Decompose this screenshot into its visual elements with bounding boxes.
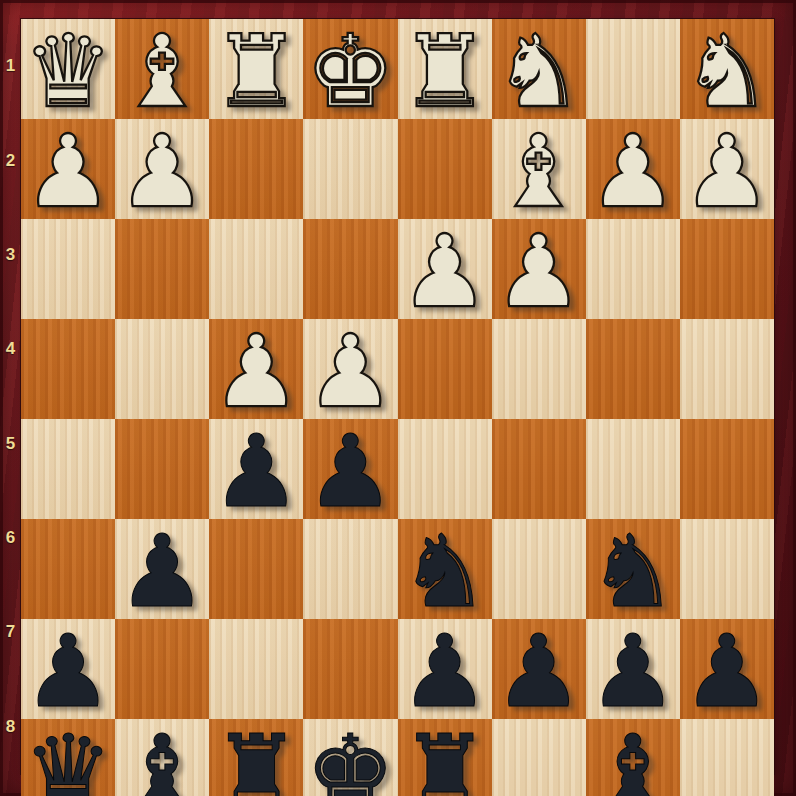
white-pawn[interactable]: ♟ xyxy=(211,322,301,422)
white-pawn[interactable]: ♟ xyxy=(682,122,772,222)
square-a2[interactable]: ♟ xyxy=(680,119,774,219)
black-knight[interactable]: ♞ xyxy=(400,522,490,622)
square-c4[interactable] xyxy=(492,319,586,419)
square-f2[interactable] xyxy=(209,119,303,219)
square-g5[interactable] xyxy=(115,419,209,519)
square-d7[interactable]: ♟ xyxy=(398,619,492,719)
square-f1[interactable]: ♜ xyxy=(209,19,303,119)
rank-labels: 12345678 xyxy=(0,19,21,774)
square-e7[interactable] xyxy=(303,619,397,719)
square-c7[interactable]: ♟ xyxy=(492,619,586,719)
black-pawn[interactable]: ♟ xyxy=(494,622,584,722)
square-c5[interactable] xyxy=(492,419,586,519)
square-f4[interactable]: ♟ xyxy=(209,319,303,419)
white-king[interactable]: ♚ xyxy=(306,22,396,122)
black-pawn[interactable]: ♟ xyxy=(117,522,207,622)
chessboard-frame: 12345678 HGFEDCBA ♛♝♜♚♜♞♞♟♟♝♟♟♟♟♟♟♟♟♟♞♞♟… xyxy=(0,0,796,796)
square-c6[interactable] xyxy=(492,519,586,619)
square-a1[interactable]: ♞ xyxy=(680,19,774,119)
square-g1[interactable]: ♝ xyxy=(115,19,209,119)
square-b3[interactable] xyxy=(586,219,680,319)
square-g8[interactable]: ♝ xyxy=(115,719,209,796)
white-queen[interactable]: ♛ xyxy=(23,22,113,122)
square-f6[interactable] xyxy=(209,519,303,619)
square-e5[interactable]: ♟ xyxy=(303,419,397,519)
black-bishop[interactable]: ♝ xyxy=(117,722,207,796)
black-pawn[interactable]: ♟ xyxy=(682,622,772,722)
square-h8[interactable]: ♛ xyxy=(21,719,115,796)
square-h5[interactable] xyxy=(21,419,115,519)
square-b7[interactable]: ♟ xyxy=(586,619,680,719)
square-b8[interactable]: ♝ xyxy=(586,719,680,796)
square-c8[interactable] xyxy=(492,719,586,796)
white-rook[interactable]: ♜ xyxy=(400,22,490,122)
square-a5[interactable] xyxy=(680,419,774,519)
square-h6[interactable] xyxy=(21,519,115,619)
square-d6[interactable]: ♞ xyxy=(398,519,492,619)
white-pawn[interactable]: ♟ xyxy=(588,122,678,222)
square-f8[interactable]: ♜ xyxy=(209,719,303,796)
black-pawn[interactable]: ♟ xyxy=(588,622,678,722)
square-f5[interactable]: ♟ xyxy=(209,419,303,519)
square-b6[interactable]: ♞ xyxy=(586,519,680,619)
black-king[interactable]: ♚ xyxy=(306,722,396,796)
square-d5[interactable] xyxy=(398,419,492,519)
black-bishop[interactable]: ♝ xyxy=(588,722,678,796)
square-e8[interactable]: ♚ xyxy=(303,719,397,796)
square-g4[interactable] xyxy=(115,319,209,419)
rank-label-4: 4 xyxy=(0,302,21,396)
square-d8[interactable]: ♜ xyxy=(398,719,492,796)
square-h2[interactable]: ♟ xyxy=(21,119,115,219)
square-d1[interactable]: ♜ xyxy=(398,19,492,119)
rank-label-5: 5 xyxy=(0,397,21,491)
white-bishop[interactable]: ♝ xyxy=(117,22,207,122)
square-h3[interactable] xyxy=(21,219,115,319)
black-knight[interactable]: ♞ xyxy=(588,522,678,622)
square-e1[interactable]: ♚ xyxy=(303,19,397,119)
white-pawn[interactable]: ♟ xyxy=(494,222,584,322)
rank-label-3: 3 xyxy=(0,208,21,302)
square-c1[interactable]: ♞ xyxy=(492,19,586,119)
square-g3[interactable] xyxy=(115,219,209,319)
rank-label-8: 8 xyxy=(0,680,21,774)
black-queen[interactable]: ♛ xyxy=(23,722,113,796)
square-b1[interactable] xyxy=(586,19,680,119)
square-a4[interactable] xyxy=(680,319,774,419)
square-d4[interactable] xyxy=(398,319,492,419)
white-pawn[interactable]: ♟ xyxy=(306,322,396,422)
chessboard: ♛♝♜♚♜♞♞♟♟♝♟♟♟♟♟♟♟♟♟♞♞♟♟♟♟♟♛♝♜♚♜♝ xyxy=(21,19,774,774)
square-h4[interactable] xyxy=(21,319,115,419)
black-rook[interactable]: ♜ xyxy=(211,722,301,796)
square-f7[interactable] xyxy=(209,619,303,719)
square-e2[interactable] xyxy=(303,119,397,219)
black-pawn[interactable]: ♟ xyxy=(400,622,490,722)
square-b2[interactable]: ♟ xyxy=(586,119,680,219)
square-e6[interactable] xyxy=(303,519,397,619)
white-pawn[interactable]: ♟ xyxy=(400,222,490,322)
rank-label-2: 2 xyxy=(0,113,21,207)
white-pawn[interactable]: ♟ xyxy=(117,122,207,222)
black-rook[interactable]: ♜ xyxy=(400,722,490,796)
square-a8[interactable] xyxy=(680,719,774,796)
square-e3[interactable] xyxy=(303,219,397,319)
square-a3[interactable] xyxy=(680,219,774,319)
square-b4[interactable] xyxy=(586,319,680,419)
black-pawn[interactable]: ♟ xyxy=(211,422,301,522)
square-a6[interactable] xyxy=(680,519,774,619)
white-rook[interactable]: ♜ xyxy=(211,22,301,122)
white-bishop[interactable]: ♝ xyxy=(494,122,584,222)
rank-label-7: 7 xyxy=(0,585,21,679)
black-pawn[interactable]: ♟ xyxy=(23,622,113,722)
white-knight[interactable]: ♞ xyxy=(682,22,772,122)
square-f3[interactable] xyxy=(209,219,303,319)
square-b5[interactable] xyxy=(586,419,680,519)
white-pawn[interactable]: ♟ xyxy=(23,122,113,222)
square-h7[interactable]: ♟ xyxy=(21,619,115,719)
square-c2[interactable]: ♝ xyxy=(492,119,586,219)
square-c3[interactable]: ♟ xyxy=(492,219,586,319)
square-d2[interactable] xyxy=(398,119,492,219)
black-pawn[interactable]: ♟ xyxy=(306,422,396,522)
square-h1[interactable]: ♛ xyxy=(21,19,115,119)
white-knight[interactable]: ♞ xyxy=(494,22,584,122)
square-g2[interactable]: ♟ xyxy=(115,119,209,219)
square-g6[interactable]: ♟ xyxy=(115,519,209,619)
square-e4[interactable]: ♟ xyxy=(303,319,397,419)
square-a7[interactable]: ♟ xyxy=(680,619,774,719)
square-g7[interactable] xyxy=(115,619,209,719)
rank-label-1: 1 xyxy=(0,19,21,113)
square-d3[interactable]: ♟ xyxy=(398,219,492,319)
rank-label-6: 6 xyxy=(0,491,21,585)
